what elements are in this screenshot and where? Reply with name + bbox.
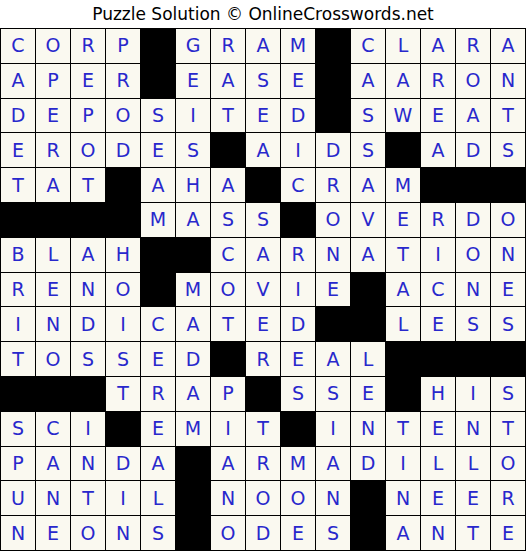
black-cell-5-13 (421, 168, 455, 202)
cell-3-14: A (456, 99, 490, 133)
cell-8-3: N (71, 273, 105, 307)
cell-15-14: T (456, 516, 490, 550)
cell-1-8: A (246, 29, 280, 63)
black-cell-11-12 (386, 377, 420, 411)
black-cell-6-3 (71, 203, 105, 237)
cell-12-13: E (421, 412, 455, 446)
cell-11-6: A (176, 377, 210, 411)
black-cell-1-5 (141, 29, 175, 63)
cell-13-7: A (211, 447, 245, 481)
cell-11-13: H (421, 377, 455, 411)
cell-8-14: N (456, 273, 490, 307)
cell-12-1: S (1, 412, 35, 446)
cell-2-1: A (1, 64, 35, 98)
cell-1-4: P (106, 29, 140, 63)
black-cell-10-14 (456, 342, 490, 376)
cell-3-13: E (421, 99, 455, 133)
cell-1-1: C (1, 29, 35, 63)
cell-12-7: I (211, 412, 245, 446)
cell-7-1: B (1, 238, 35, 272)
cell-5-1: T (1, 168, 35, 202)
cell-7-2: L (36, 238, 70, 272)
cell-4-8: A (246, 133, 280, 167)
cell-8-13: C (421, 273, 455, 307)
cell-2-14: O (456, 64, 490, 98)
cell-9-5: C (141, 307, 175, 341)
cell-13-11: D (351, 447, 385, 481)
black-cell-6-4 (106, 203, 140, 237)
cell-6-7: S (211, 203, 245, 237)
cell-12-8: T (246, 412, 280, 446)
cell-3-4: O (106, 99, 140, 133)
cell-10-3: S (71, 342, 105, 376)
cell-6-10: O (316, 203, 350, 237)
cell-9-15: S (491, 307, 525, 341)
black-cell-15-6 (176, 516, 210, 550)
cell-5-7: A (211, 168, 245, 202)
cell-8-10: E (316, 273, 350, 307)
black-cell-14-6 (176, 481, 210, 515)
cell-2-9: E (281, 64, 315, 98)
cell-6-5: M (141, 203, 175, 237)
cell-14-4: I (106, 481, 140, 515)
cell-6-12: E (386, 203, 420, 237)
cell-4-3: O (71, 133, 105, 167)
black-cell-11-8 (246, 377, 280, 411)
cell-1-3: R (71, 29, 105, 63)
cell-12-5: E (141, 412, 175, 446)
cell-1-6: G (176, 29, 210, 63)
cell-10-4: S (106, 342, 140, 376)
cell-13-13: L (421, 447, 455, 481)
black-cell-8-5 (141, 273, 175, 307)
cell-13-8: R (246, 447, 280, 481)
cell-15-12: A (386, 516, 420, 550)
cell-14-9: O (281, 481, 315, 515)
cell-2-12: A (386, 64, 420, 98)
cell-11-7: P (211, 377, 245, 411)
cell-4-14: D (456, 133, 490, 167)
cell-1-7: R (211, 29, 245, 63)
cell-13-4: D (106, 447, 140, 481)
cell-1-11: C (351, 29, 385, 63)
cell-4-1: E (1, 133, 35, 167)
cell-14-12: N (386, 481, 420, 515)
black-cell-6-9 (281, 203, 315, 237)
cell-8-2: E (36, 273, 70, 307)
cell-1-9: M (281, 29, 315, 63)
cell-4-11: S (351, 133, 385, 167)
cell-11-11: E (351, 377, 385, 411)
cell-7-7: C (211, 238, 245, 272)
cell-13-2: A (36, 447, 70, 481)
cell-12-12: T (386, 412, 420, 446)
cell-15-9: E (281, 516, 315, 550)
cell-13-14: L (456, 447, 490, 481)
cell-8-7: O (211, 273, 245, 307)
cell-2-15: N (491, 64, 525, 98)
black-cell-7-5 (141, 238, 175, 272)
cell-14-2: N (36, 481, 70, 515)
cell-13-12: I (386, 447, 420, 481)
cell-14-1: U (1, 481, 35, 515)
cell-5-6: H (176, 168, 210, 202)
cell-6-8: S (246, 203, 280, 237)
cell-13-15: O (491, 447, 525, 481)
cell-4-9: I (281, 133, 315, 167)
cell-9-13: E (421, 307, 455, 341)
cell-10-11: L (351, 342, 385, 376)
cell-2-11: A (351, 64, 385, 98)
cell-5-2: A (36, 168, 70, 202)
cell-10-10: A (316, 342, 350, 376)
cell-10-8: R (246, 342, 280, 376)
cell-11-10: S (316, 377, 350, 411)
cell-3-7: T (211, 99, 245, 133)
cell-5-11: A (351, 168, 385, 202)
cell-9-14: S (456, 307, 490, 341)
cell-2-6: E (176, 64, 210, 98)
cell-5-5: A (141, 168, 175, 202)
cell-8-12: A (386, 273, 420, 307)
cell-6-15: O (491, 203, 525, 237)
black-cell-12-4 (106, 412, 140, 446)
cell-12-15: T (491, 412, 525, 446)
cell-3-5: S (141, 99, 175, 133)
cell-15-1: N (1, 516, 35, 550)
cell-15-3: O (71, 516, 105, 550)
page: Puzzle Solution © OnlineCrosswords.net C… (0, 0, 526, 551)
cell-4-5: E (141, 133, 175, 167)
cell-12-2: C (36, 412, 70, 446)
black-cell-10-13 (421, 342, 455, 376)
cell-8-15: E (491, 273, 525, 307)
cell-10-2: O (36, 342, 70, 376)
cell-1-2: O (36, 29, 70, 63)
cell-4-2: R (36, 133, 70, 167)
cell-6-13: R (421, 203, 455, 237)
cell-7-11: A (351, 238, 385, 272)
cell-15-4: N (106, 516, 140, 550)
cell-3-6: I (176, 99, 210, 133)
cell-9-3: D (71, 307, 105, 341)
cell-13-10: A (316, 447, 350, 481)
black-cell-13-6 (176, 447, 210, 481)
black-cell-4-12 (386, 133, 420, 167)
cell-15-15: E (491, 516, 525, 550)
black-cell-8-11 (351, 273, 385, 307)
cell-10-5: E (141, 342, 175, 376)
black-cell-9-10 (316, 307, 350, 341)
cell-2-3: E (71, 64, 105, 98)
cell-12-6: M (176, 412, 210, 446)
cell-3-1: D (1, 99, 35, 133)
black-cell-5-14 (456, 168, 490, 202)
black-cell-14-11 (351, 481, 385, 515)
cell-6-14: D (456, 203, 490, 237)
cell-5-9: C (281, 168, 315, 202)
cell-15-7: O (211, 516, 245, 550)
cell-4-13: A (421, 133, 455, 167)
cell-15-2: E (36, 516, 70, 550)
cell-14-8: O (246, 481, 280, 515)
cell-7-13: I (421, 238, 455, 272)
cell-12-11: N (351, 412, 385, 446)
cell-3-12: W (386, 99, 420, 133)
cell-3-15: T (491, 99, 525, 133)
crossword-grid: CORPGRAMCLARAAPEREASEAARONDEPOSITEDSWEAT… (0, 28, 526, 551)
cell-9-12: L (386, 307, 420, 341)
cell-6-6: A (176, 203, 210, 237)
cell-12-10: I (316, 412, 350, 446)
black-cell-4-7 (211, 133, 245, 167)
cell-8-4: O (106, 273, 140, 307)
cell-8-8: V (246, 273, 280, 307)
cell-2-8: S (246, 64, 280, 98)
black-cell-2-10 (316, 64, 350, 98)
black-cell-10-7 (211, 342, 245, 376)
black-cell-11-1 (1, 377, 35, 411)
cell-10-6: D (176, 342, 210, 376)
cell-1-13: A (421, 29, 455, 63)
cell-11-9: S (281, 377, 315, 411)
cell-3-11: S (351, 99, 385, 133)
cell-11-4: T (106, 377, 140, 411)
cell-15-5: S (141, 516, 175, 550)
cell-14-15: R (491, 481, 525, 515)
cell-15-13: N (421, 516, 455, 550)
cell-15-10: S (316, 516, 350, 550)
cell-12-14: N (456, 412, 490, 446)
cell-9-8: E (246, 307, 280, 341)
black-cell-1-10 (316, 29, 350, 63)
cell-5-10: R (316, 168, 350, 202)
cell-3-3: P (71, 99, 105, 133)
cell-7-12: T (386, 238, 420, 272)
cell-14-5: L (141, 481, 175, 515)
black-cell-15-11 (351, 516, 385, 550)
cell-7-4: H (106, 238, 140, 272)
black-cell-7-6 (176, 238, 210, 272)
cell-7-14: O (456, 238, 490, 272)
cell-8-9: I (281, 273, 315, 307)
cell-13-1: P (1, 447, 35, 481)
cell-4-6: S (176, 133, 210, 167)
cell-12-3: I (71, 412, 105, 446)
cell-13-9: M (281, 447, 315, 481)
cell-2-4: R (106, 64, 140, 98)
cell-15-8: D (246, 516, 280, 550)
black-cell-6-1 (1, 203, 35, 237)
cell-13-5: A (141, 447, 175, 481)
cell-3-2: E (36, 99, 70, 133)
cell-14-10: N (316, 481, 350, 515)
black-cell-5-15 (491, 168, 525, 202)
cell-1-12: L (386, 29, 420, 63)
black-cell-2-5 (141, 64, 175, 98)
cell-2-7: A (211, 64, 245, 98)
cell-3-9: D (281, 99, 315, 133)
cell-1-15: A (491, 29, 525, 63)
cell-7-9: R (281, 238, 315, 272)
cell-9-9: D (281, 307, 315, 341)
cell-10-1: T (1, 342, 35, 376)
cell-5-12: M (386, 168, 420, 202)
cell-10-9: E (281, 342, 315, 376)
cell-8-6: M (176, 273, 210, 307)
black-cell-11-2 (36, 377, 70, 411)
black-cell-10-15 (491, 342, 525, 376)
cell-4-4: D (106, 133, 140, 167)
cell-7-10: N (316, 238, 350, 272)
cell-14-3: T (71, 481, 105, 515)
black-cell-9-11 (351, 307, 385, 341)
black-cell-5-4 (106, 168, 140, 202)
cell-9-2: N (36, 307, 70, 341)
black-cell-3-10 (316, 99, 350, 133)
cell-7-3: A (71, 238, 105, 272)
black-cell-10-12 (386, 342, 420, 376)
black-cell-11-3 (71, 377, 105, 411)
cell-11-14: I (456, 377, 490, 411)
cell-9-7: T (211, 307, 245, 341)
cell-4-10: D (316, 133, 350, 167)
page-title: Puzzle Solution © OnlineCrosswords.net (0, 0, 526, 28)
cell-8-1: R (1, 273, 35, 307)
cell-7-8: A (246, 238, 280, 272)
cell-4-15: S (491, 133, 525, 167)
cell-14-14: E (456, 481, 490, 515)
cell-11-5: R (141, 377, 175, 411)
black-cell-12-9 (281, 412, 315, 446)
cell-9-1: I (1, 307, 35, 341)
black-cell-5-8 (246, 168, 280, 202)
cell-2-2: P (36, 64, 70, 98)
cell-14-13: E (421, 481, 455, 515)
cell-3-8: E (246, 99, 280, 133)
cell-2-13: R (421, 64, 455, 98)
cell-6-11: V (351, 203, 385, 237)
cell-5-3: T (71, 168, 105, 202)
black-cell-6-2 (36, 203, 70, 237)
cell-9-4: I (106, 307, 140, 341)
cell-13-3: N (71, 447, 105, 481)
cell-11-15: S (491, 377, 525, 411)
cell-14-7: N (211, 481, 245, 515)
cell-9-6: A (176, 307, 210, 341)
cell-1-14: R (456, 29, 490, 63)
cell-7-15: N (491, 238, 525, 272)
